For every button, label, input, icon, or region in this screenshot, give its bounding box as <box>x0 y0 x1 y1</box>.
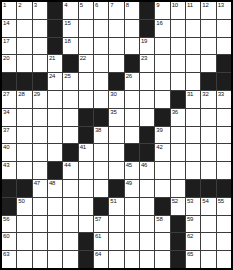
clue-number: 22 <box>80 55 86 62</box>
black-cell <box>171 251 185 268</box>
grid-cell[interactable] <box>79 162 93 179</box>
grid-cell[interactable]: 50 <box>17 198 31 215</box>
black-cell <box>2 73 16 90</box>
clue-number: 50 <box>18 198 24 205</box>
grid-cell[interactable] <box>63 251 77 268</box>
grid-cell[interactable] <box>63 216 77 233</box>
grid-cell[interactable] <box>186 20 200 37</box>
grid-cell[interactable]: 9 <box>155 2 169 19</box>
black-cell <box>125 55 139 72</box>
grid-cell[interactable] <box>79 73 93 90</box>
grid-cell[interactable]: 22 <box>79 55 93 72</box>
clue-number: 32 <box>202 91 208 98</box>
grid-cell[interactable] <box>17 233 31 250</box>
grid-cell[interactable] <box>109 216 123 233</box>
clue-number: 23 <box>141 55 147 62</box>
grid-cell[interactable] <box>63 127 77 144</box>
grid-cell[interactable]: 33 <box>217 91 231 108</box>
grid-cell[interactable] <box>109 20 123 37</box>
grid-cell[interactable]: 32 <box>201 91 215 108</box>
clue-number: 39 <box>156 127 162 134</box>
black-cell <box>48 162 62 179</box>
grid-cell[interactable] <box>186 73 200 90</box>
grid-cell[interactable] <box>217 38 231 55</box>
black-cell <box>217 180 231 197</box>
black-cell <box>79 251 93 268</box>
clue-number: 54 <box>202 198 208 205</box>
grid-cell[interactable] <box>33 162 47 179</box>
grid-cell[interactable] <box>48 109 62 126</box>
grid-cell[interactable] <box>33 38 47 55</box>
grid-cell[interactable] <box>155 91 169 108</box>
grid-cell[interactable] <box>171 144 185 161</box>
grid-cell[interactable] <box>201 20 215 37</box>
clue-number: 56 <box>3 216 9 223</box>
black-cell <box>171 233 185 250</box>
grid-cell[interactable]: 65 <box>186 251 200 268</box>
clue-number: 53 <box>187 198 193 205</box>
black-cell <box>217 73 231 90</box>
grid-cell[interactable]: 44 <box>63 162 77 179</box>
grid-cell[interactable] <box>201 216 215 233</box>
grid-cell[interactable] <box>33 216 47 233</box>
grid-cell[interactable]: 17 <box>2 38 16 55</box>
grid-cell[interactable] <box>201 162 215 179</box>
grid-cell[interactable]: 5 <box>79 2 93 19</box>
clue-number: 27 <box>3 91 9 98</box>
grid-cell[interactable] <box>217 109 231 126</box>
grid-cell[interactable] <box>33 20 47 37</box>
grid-cell[interactable] <box>109 127 123 144</box>
grid-cell[interactable] <box>33 233 47 250</box>
grid-cell[interactable]: 38 <box>94 127 108 144</box>
grid-cell[interactable] <box>186 38 200 55</box>
grid-cell[interactable]: 29 <box>33 91 47 108</box>
grid-cell[interactable] <box>109 144 123 161</box>
grid-cell[interactable]: 42 <box>155 144 169 161</box>
grid-cell[interactable] <box>17 38 31 55</box>
grid-cell[interactable]: 37 <box>2 127 16 144</box>
grid-cell[interactable]: 39 <box>155 127 169 144</box>
black-cell <box>109 73 123 90</box>
clue-number: 38 <box>95 127 101 134</box>
grid-cell[interactable]: 43 <box>2 162 16 179</box>
grid-cell[interactable] <box>155 233 169 250</box>
grid-cell[interactable] <box>186 127 200 144</box>
grid-cell[interactable]: 64 <box>94 251 108 268</box>
black-cell <box>155 109 169 126</box>
grid-cell[interactable] <box>217 144 231 161</box>
grid-cell[interactable] <box>155 55 169 72</box>
clue-number: 52 <box>172 198 178 205</box>
grid-cell[interactable] <box>17 109 31 126</box>
clue-number: 18 <box>64 38 70 45</box>
clue-number: 25 <box>64 73 70 80</box>
grid-cell[interactable] <box>186 55 200 72</box>
grid-cell[interactable]: 25 <box>63 73 77 90</box>
grid-cell[interactable] <box>79 216 93 233</box>
grid-cell[interactable]: 21 <box>48 55 62 72</box>
clue-number: 3 <box>34 2 37 9</box>
grid-cell[interactable]: 48 <box>48 180 62 197</box>
grid-cell[interactable]: 54 <box>201 198 215 215</box>
grid-cell[interactable] <box>125 251 139 268</box>
black-cell <box>48 2 62 19</box>
grid-cell[interactable] <box>201 127 215 144</box>
grid-cell[interactable]: 49 <box>125 180 139 197</box>
grid-cell[interactable] <box>48 251 62 268</box>
black-cell <box>94 198 108 215</box>
clue-number: 35 <box>110 109 116 116</box>
clue-number: 11 <box>187 2 193 9</box>
grid-cell[interactable] <box>140 180 154 197</box>
grid-cell[interactable] <box>33 55 47 72</box>
clue-number: 21 <box>49 55 55 62</box>
clue-number: 57 <box>95 216 101 223</box>
grid-cell[interactable] <box>48 233 62 250</box>
clue-number: 41 <box>80 144 86 151</box>
clue-number: 62 <box>187 233 193 240</box>
grid-cell[interactable] <box>155 251 169 268</box>
black-cell <box>171 91 185 108</box>
grid-cell[interactable] <box>201 233 215 250</box>
clue-number: 8 <box>126 2 129 9</box>
clue-number: 30 <box>110 91 116 98</box>
clue-number: 40 <box>3 144 9 151</box>
grid-cell[interactable]: 10 <box>171 2 185 19</box>
black-cell <box>186 180 200 197</box>
grid-cell[interactable] <box>171 162 185 179</box>
clue-number: 19 <box>141 38 147 45</box>
grid-cell[interactable] <box>109 38 123 55</box>
grid-cell[interactable] <box>125 233 139 250</box>
grid-cell[interactable]: 16 <box>155 20 169 37</box>
black-cell <box>17 73 31 90</box>
grid-cell[interactable]: 61 <box>94 233 108 250</box>
grid-cell[interactable] <box>171 180 185 197</box>
grid-cell[interactable] <box>94 55 108 72</box>
clue-number: 24 <box>49 73 55 80</box>
black-cell <box>155 198 169 215</box>
clue-number: 48 <box>49 180 55 187</box>
grid-cell[interactable]: 8 <box>125 2 139 19</box>
grid-cell[interactable] <box>33 109 47 126</box>
clue-number: 49 <box>126 180 132 187</box>
grid-cell[interactable] <box>48 198 62 215</box>
black-cell <box>217 55 231 72</box>
grid-cell[interactable] <box>125 198 139 215</box>
clue-number: 13 <box>218 2 224 9</box>
grid-cell[interactable] <box>125 216 139 233</box>
black-cell <box>125 144 139 161</box>
clue-number: 10 <box>172 2 178 9</box>
grid-cell[interactable] <box>140 73 154 90</box>
clue-number: 45 <box>126 162 132 169</box>
grid-cell[interactable] <box>125 127 139 144</box>
clue-number: 6 <box>95 2 98 9</box>
grid-cell[interactable]: 34 <box>2 109 16 126</box>
grid-cell[interactable] <box>155 180 169 197</box>
grid-cell[interactable]: 18 <box>63 38 77 55</box>
grid-cell[interactable] <box>109 55 123 72</box>
clue-number: 44 <box>64 162 70 169</box>
grid-cell[interactable] <box>79 20 93 37</box>
grid-cell[interactable] <box>186 109 200 126</box>
clue-number: 65 <box>187 251 193 258</box>
grid-cell[interactable] <box>17 20 31 37</box>
grid-cell[interactable] <box>63 233 77 250</box>
grid-cell[interactable] <box>79 38 93 55</box>
grid-cell[interactable]: 55 <box>217 198 231 215</box>
grid-cell[interactable] <box>17 216 31 233</box>
grid-cell[interactable]: 2 <box>17 2 31 19</box>
grid-cell[interactable] <box>217 162 231 179</box>
grid-cell[interactable] <box>217 127 231 144</box>
black-cell <box>171 216 185 233</box>
grid-cell[interactable]: 57 <box>94 216 108 233</box>
grid-cell[interactable] <box>140 233 154 250</box>
grid-cell[interactable] <box>94 180 108 197</box>
grid-cell[interactable] <box>17 144 31 161</box>
grid-cell[interactable] <box>186 144 200 161</box>
clue-number: 58 <box>156 216 162 223</box>
grid-cell[interactable] <box>109 162 123 179</box>
clue-number: 59 <box>187 216 193 223</box>
grid-cell[interactable]: 24 <box>48 73 62 90</box>
grid-cell[interactable]: 56 <box>2 216 16 233</box>
grid-cell[interactable] <box>63 91 77 108</box>
grid-cell[interactable] <box>79 180 93 197</box>
grid-cell[interactable] <box>201 251 215 268</box>
grid-cell[interactable] <box>186 162 200 179</box>
grid-cell[interactable]: 63 <box>2 251 16 268</box>
clue-number: 34 <box>3 109 9 116</box>
grid-cell[interactable] <box>217 20 231 37</box>
clue-number: 7 <box>110 2 113 9</box>
grid-cell[interactable]: 45 <box>125 162 139 179</box>
black-cell <box>2 198 16 215</box>
black-cell <box>140 20 154 37</box>
grid-cell[interactable]: 31 <box>186 91 200 108</box>
grid-cell[interactable] <box>217 251 231 268</box>
black-cell <box>79 109 93 126</box>
grid-cell[interactable]: 3 <box>33 2 47 19</box>
black-cell <box>94 109 108 126</box>
grid-cell[interactable] <box>79 198 93 215</box>
grid-cell[interactable] <box>140 91 154 108</box>
black-cell <box>48 20 62 37</box>
grid-cell[interactable]: 27 <box>2 91 16 108</box>
grid-cell[interactable]: 59 <box>186 216 200 233</box>
grid-cell[interactable] <box>217 233 231 250</box>
black-cell <box>17 180 31 197</box>
grid-cell[interactable]: 19 <box>140 38 154 55</box>
grid-cell[interactable]: 36 <box>171 109 185 126</box>
clue-number: 61 <box>95 233 101 240</box>
grid-cell[interactable] <box>48 91 62 108</box>
grid-cell[interactable]: 62 <box>186 233 200 250</box>
grid-cell[interactable] <box>140 216 154 233</box>
grid-cell[interactable] <box>201 55 215 72</box>
grid-cell[interactable] <box>125 109 139 126</box>
grid-cell[interactable] <box>201 109 215 126</box>
black-cell <box>79 233 93 250</box>
grid-cell[interactable] <box>201 38 215 55</box>
grid-cell[interactable] <box>155 162 169 179</box>
grid-cell[interactable]: 4 <box>63 2 77 19</box>
grid-cell[interactable]: 51 <box>109 198 123 215</box>
grid-cell[interactable] <box>171 55 185 72</box>
black-cell <box>140 2 154 19</box>
grid-cell[interactable] <box>63 180 77 197</box>
clue-number: 64 <box>95 251 101 258</box>
clue-number: 43 <box>3 162 9 169</box>
clue-number: 15 <box>64 20 70 27</box>
grid-cell[interactable] <box>17 251 31 268</box>
grid-cell[interactable] <box>33 251 47 268</box>
grid-cell[interactable]: 14 <box>2 20 16 37</box>
clue-number: 5 <box>80 2 83 9</box>
grid-cell[interactable] <box>125 91 139 108</box>
grid-cell[interactable] <box>94 20 108 37</box>
grid-cell[interactable]: 47 <box>33 180 47 197</box>
grid-cell[interactable]: 6 <box>94 2 108 19</box>
clue-number: 12 <box>202 2 208 9</box>
clue-number: 2 <box>18 2 21 9</box>
grid-cell[interactable] <box>33 198 47 215</box>
grid-cell[interactable] <box>171 38 185 55</box>
clue-number: 29 <box>34 91 40 98</box>
grid-cell[interactable] <box>63 198 77 215</box>
grid-cell[interactable] <box>17 127 31 144</box>
clue-number: 47 <box>34 180 40 187</box>
grid-cell[interactable]: 52 <box>171 198 185 215</box>
grid-cell[interactable] <box>79 91 93 108</box>
grid-cell[interactable] <box>155 38 169 55</box>
grid-cell[interactable]: 11 <box>186 2 200 19</box>
grid-cell[interactable] <box>94 162 108 179</box>
grid-cell[interactable] <box>94 144 108 161</box>
grid-cell[interactable] <box>217 216 231 233</box>
grid-cell[interactable] <box>140 198 154 215</box>
grid-cell[interactable]: 60 <box>2 233 16 250</box>
grid-cell[interactable]: 30 <box>109 91 123 108</box>
grid-cell[interactable] <box>94 38 108 55</box>
grid-cell[interactable] <box>125 38 139 55</box>
grid-cell[interactable]: 46 <box>140 162 154 179</box>
black-cell <box>140 127 154 144</box>
clue-number: 51 <box>110 198 116 205</box>
clue-number: 26 <box>126 73 132 80</box>
black-cell <box>63 144 77 161</box>
grid-cell[interactable] <box>140 109 154 126</box>
grid-cell[interactable]: 35 <box>109 109 123 126</box>
grid-cell[interactable] <box>63 109 77 126</box>
grid-cell[interactable]: 40 <box>2 144 16 161</box>
crossword-grid: 1234567891011121314151617181920212223242… <box>0 0 233 270</box>
black-cell <box>79 127 93 144</box>
clue-number: 31 <box>187 91 193 98</box>
black-cell <box>2 180 16 197</box>
black-cell <box>140 144 154 161</box>
clue-number: 37 <box>3 127 9 134</box>
grid-cell[interactable] <box>94 91 108 108</box>
grid-cell[interactable] <box>171 127 185 144</box>
grid-cell[interactable] <box>109 251 123 268</box>
clue-number: 42 <box>156 144 162 151</box>
grid-cell[interactable]: 1 <box>2 2 16 19</box>
clue-number: 28 <box>18 91 24 98</box>
grid-cell[interactable]: 13 <box>217 2 231 19</box>
grid-cell[interactable]: 58 <box>155 216 169 233</box>
grid-cell[interactable]: 41 <box>79 144 93 161</box>
grid-cell[interactable] <box>155 73 169 90</box>
grid-cell[interactable] <box>48 144 62 161</box>
grid-cell[interactable]: 53 <box>186 198 200 215</box>
clue-number: 55 <box>218 198 224 205</box>
grid-cell[interactable] <box>94 73 108 90</box>
grid-cell[interactable] <box>125 20 139 37</box>
clue-number: 60 <box>3 233 9 240</box>
grid-cell[interactable] <box>140 251 154 268</box>
black-cell <box>201 73 215 90</box>
grid-cell[interactable] <box>48 127 62 144</box>
grid-cell[interactable]: 23 <box>140 55 154 72</box>
grid-cell[interactable]: 12 <box>201 2 215 19</box>
grid-cell[interactable] <box>48 216 62 233</box>
grid-cell[interactable] <box>201 144 215 161</box>
grid-cell[interactable] <box>109 233 123 250</box>
clue-number: 4 <box>64 2 67 9</box>
clue-number: 1 <box>3 2 6 9</box>
black-cell <box>33 73 47 90</box>
grid-cell[interactable]: 15 <box>63 20 77 37</box>
clue-number: 20 <box>3 55 9 62</box>
grid-cell[interactable] <box>33 144 47 161</box>
black-cell <box>109 180 123 197</box>
grid-cell[interactable] <box>33 127 47 144</box>
clue-number: 16 <box>156 20 162 27</box>
clue-number: 14 <box>3 20 9 27</box>
grid-cell[interactable]: 28 <box>17 91 31 108</box>
clue-number: 36 <box>172 109 178 116</box>
grid-cell[interactable] <box>17 162 31 179</box>
grid-cell[interactable] <box>171 20 185 37</box>
grid-cell[interactable]: 20 <box>2 55 16 72</box>
clue-number: 17 <box>3 38 9 45</box>
grid-cell[interactable] <box>171 73 185 90</box>
black-cell <box>48 38 62 55</box>
black-cell <box>201 180 215 197</box>
black-cell <box>63 55 77 72</box>
clue-number: 46 <box>141 162 147 169</box>
grid-cell[interactable] <box>17 55 31 72</box>
clue-number: 63 <box>3 251 9 258</box>
clue-number: 33 <box>218 91 224 98</box>
grid-cell[interactable]: 7 <box>109 2 123 19</box>
clue-number: 9 <box>156 2 159 9</box>
grid-cell[interactable]: 26 <box>125 73 139 90</box>
